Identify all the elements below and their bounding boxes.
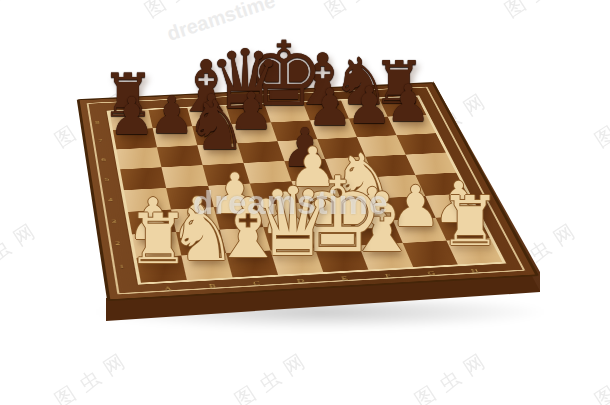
stock-photo-canvas: 图虫网图虫网图虫网图虫网图虫网图虫网图虫网图虫网图虫网图虫网图虫网图虫网图虫网图… (0, 0, 610, 405)
piece-black-pawn-a7[interactable]: ♟ (108, 91, 154, 143)
piece-black-knight-c6[interactable]: ♞ (186, 92, 247, 160)
piece-black-pawn-g7[interactable]: ♟ (346, 80, 392, 131)
piece-white-rook-h1[interactable]: ♜ (439, 188, 500, 256)
brand-watermark: dreamstime (193, 184, 388, 222)
piece-white-rook-a1[interactable]: ♜ (127, 205, 189, 275)
